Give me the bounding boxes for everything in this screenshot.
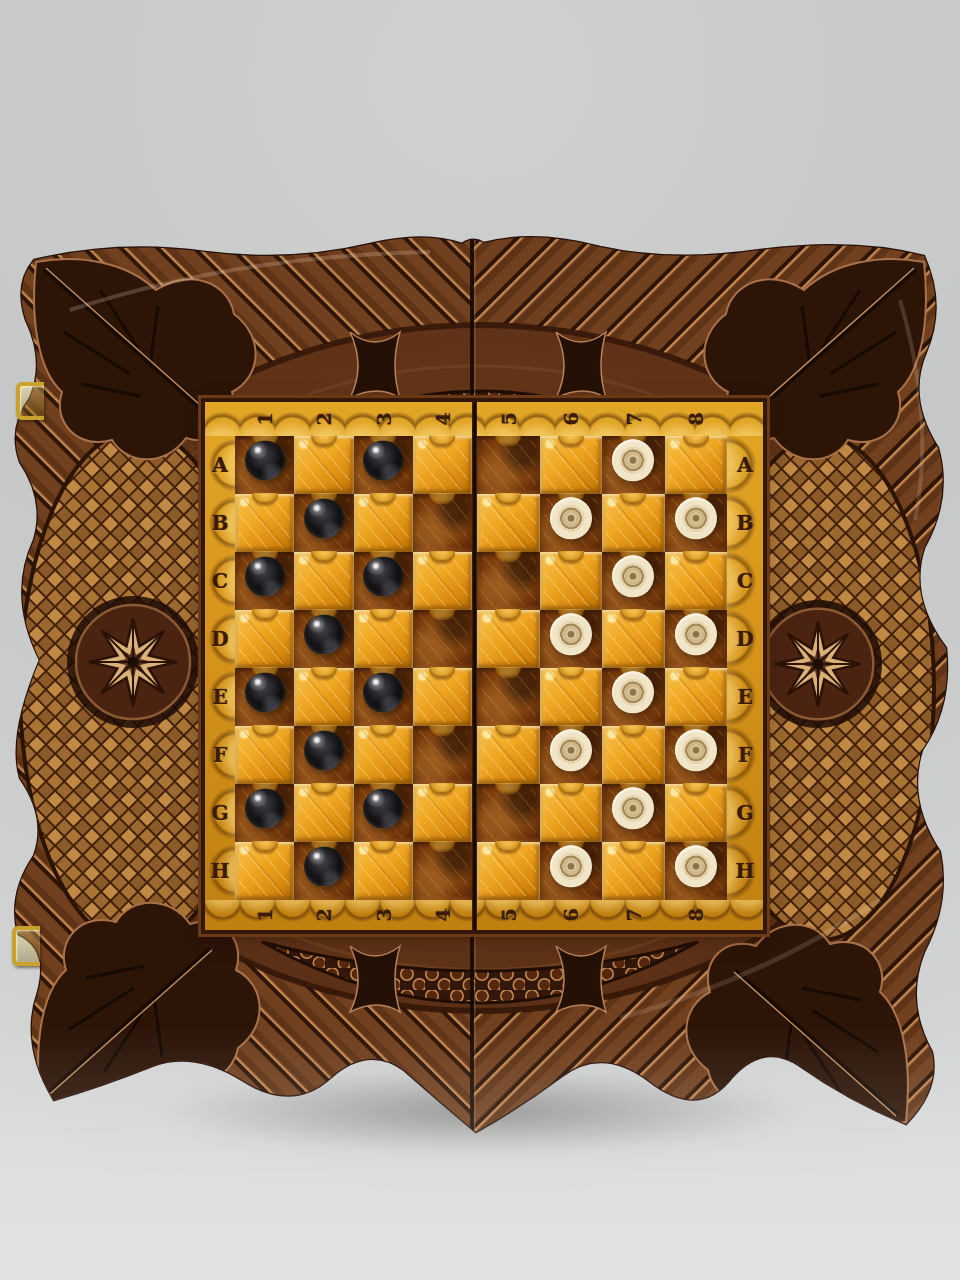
file-label: 8 — [685, 908, 707, 921]
board-cell[interactable] — [413, 610, 472, 668]
board-cell — [540, 668, 603, 726]
board-cell — [413, 552, 472, 610]
board-cell[interactable] — [413, 494, 472, 552]
black-piece[interactable] — [304, 614, 344, 654]
rank-label: E — [212, 685, 227, 709]
file-labels-bottom-left: 1234 — [235, 900, 472, 930]
rosette-medallion-right — [754, 600, 882, 728]
checkers-board: 1234 5678 1234 5678 ABCDEFGH ABCDEFGH — [205, 402, 763, 930]
board-cell[interactable] — [235, 784, 294, 842]
white-piece[interactable] — [612, 671, 654, 713]
board-cell — [413, 668, 472, 726]
board-cell — [477, 726, 540, 784]
white-piece[interactable] — [612, 787, 654, 829]
board-cell — [665, 784, 728, 842]
board-cell — [294, 552, 353, 610]
board-cell — [354, 610, 413, 668]
board-cell[interactable] — [354, 552, 413, 610]
file-label: 4 — [431, 908, 453, 921]
rank-label: H — [211, 859, 230, 883]
coordinate-band-left: ABCDEFGH — [205, 436, 235, 900]
board-cell — [413, 436, 472, 494]
rank-label: G — [211, 801, 228, 825]
black-piece[interactable] — [363, 556, 403, 596]
board-half-right — [477, 436, 727, 900]
white-piece[interactable] — [675, 613, 717, 655]
board-cell — [665, 668, 728, 726]
board-cell[interactable] — [602, 436, 665, 494]
board-cell — [354, 494, 413, 552]
black-piece[interactable] — [304, 498, 344, 538]
file-labels-bottom-right: 5678 — [477, 900, 727, 930]
board-cell[interactable] — [477, 784, 540, 842]
black-piece[interactable] — [363, 440, 403, 480]
file-label: 7 — [622, 908, 644, 921]
board-cell — [477, 842, 540, 900]
coordinate-band-bottom: 1234 5678 — [205, 900, 763, 930]
board-cell[interactable] — [540, 610, 603, 668]
board-cell[interactable] — [665, 842, 728, 900]
file-label: 5 — [497, 908, 519, 921]
file-labels-top-right: 5678 — [477, 402, 727, 436]
rank-label: H — [736, 859, 755, 883]
rank-label: F — [213, 743, 227, 767]
board-cell — [477, 494, 540, 552]
board-cell — [235, 494, 294, 552]
file-label: 6 — [560, 412, 582, 425]
board-cell[interactable] — [665, 726, 728, 784]
board-cell[interactable] — [235, 668, 294, 726]
board-cell — [477, 610, 540, 668]
board-cell — [354, 842, 413, 900]
board-cell[interactable] — [354, 668, 413, 726]
board-fold-seam — [472, 402, 477, 930]
board-cell — [235, 610, 294, 668]
board-cell — [665, 552, 728, 610]
white-piece[interactable] — [550, 613, 592, 655]
white-piece[interactable] — [550, 729, 592, 771]
leaf-wing-carving — [556, 946, 606, 1012]
rank-label: A — [737, 453, 753, 477]
board-cell[interactable] — [477, 668, 540, 726]
board-cell — [602, 842, 665, 900]
white-piece[interactable] — [550, 845, 592, 887]
rank-labels-left: ABCDEFGH — [205, 436, 235, 900]
brass-hinge-top — [16, 382, 44, 420]
photo-stage: 1234 5678 1234 5678 ABCDEFGH ABCDEFGH — [0, 0, 960, 1280]
rank-label: B — [212, 511, 229, 535]
board-cell — [602, 726, 665, 784]
rank-label: D — [211, 627, 228, 651]
board-cell — [294, 436, 353, 494]
board-cell — [294, 784, 353, 842]
leaf-wing-carving — [350, 946, 400, 1012]
black-piece[interactable] — [245, 788, 285, 828]
board-cell[interactable] — [235, 552, 294, 610]
white-piece[interactable] — [675, 497, 717, 539]
board-cell[interactable] — [294, 610, 353, 668]
rank-label: C — [737, 569, 753, 593]
rank-label: F — [738, 743, 752, 767]
black-piece[interactable] — [245, 672, 285, 712]
board-cell[interactable] — [294, 726, 353, 784]
rank-label: G — [736, 801, 753, 825]
board-cell — [235, 842, 294, 900]
leaf-wing-carving — [350, 332, 400, 398]
board-cell — [540, 784, 603, 842]
rank-label: B — [737, 511, 754, 535]
rank-label: D — [736, 627, 753, 651]
white-piece[interactable] — [612, 555, 654, 597]
leaf-wing-carving — [556, 332, 606, 398]
board-cell[interactable] — [477, 436, 540, 494]
file-label: 4 — [431, 412, 453, 425]
board-cell — [235, 726, 294, 784]
board-cell[interactable] — [294, 494, 353, 552]
white-piece[interactable] — [612, 439, 654, 481]
board-cell — [540, 436, 603, 494]
board-cell[interactable] — [354, 436, 413, 494]
rank-label: E — [737, 685, 752, 709]
board-cell[interactable] — [294, 842, 353, 900]
board-cell[interactable] — [602, 552, 665, 610]
board-cell[interactable] — [540, 842, 603, 900]
board-half-left — [235, 436, 472, 900]
rank-label: C — [212, 569, 228, 593]
file-label: 1 — [254, 908, 276, 921]
white-piece[interactable] — [550, 497, 592, 539]
white-piece[interactable] — [675, 845, 717, 887]
black-piece[interactable] — [245, 556, 285, 596]
black-piece[interactable] — [304, 730, 344, 770]
board-cell[interactable] — [665, 610, 728, 668]
board-cell — [294, 668, 353, 726]
board-cell[interactable] — [602, 784, 665, 842]
board-cell — [602, 610, 665, 668]
board-cell[interactable] — [354, 784, 413, 842]
file-label: 2 — [313, 412, 335, 425]
rank-labels-right: ABCDEFGH — [727, 436, 763, 900]
board-cell — [354, 726, 413, 784]
black-piece[interactable] — [304, 846, 344, 886]
black-piece[interactable] — [245, 440, 285, 480]
white-piece[interactable] — [675, 729, 717, 771]
file-label: 5 — [497, 412, 519, 425]
black-piece[interactable] — [363, 672, 403, 712]
board-cell[interactable] — [413, 842, 472, 900]
board-cell[interactable] — [540, 494, 603, 552]
file-label: 8 — [685, 412, 707, 425]
file-label: 3 — [372, 908, 394, 921]
board-cell[interactable] — [235, 436, 294, 494]
file-label: 7 — [622, 412, 644, 425]
board-cell — [540, 552, 603, 610]
rank-label: A — [212, 453, 228, 477]
board-cell[interactable] — [602, 668, 665, 726]
file-label: 6 — [560, 908, 582, 921]
board-cell — [413, 784, 472, 842]
board-cell[interactable] — [540, 726, 603, 784]
board-cell — [665, 436, 728, 494]
board-cell[interactable] — [413, 726, 472, 784]
file-label: 1 — [254, 412, 276, 425]
board-cell — [602, 494, 665, 552]
black-piece[interactable] — [363, 788, 403, 828]
file-labels-top-left: 1234 — [235, 402, 472, 436]
rosette-medallion-left — [67, 596, 199, 728]
coordinate-band-top: 1234 5678 — [205, 402, 763, 436]
file-label: 2 — [313, 908, 335, 921]
file-label: 3 — [372, 412, 394, 425]
brass-hinge-bottom — [12, 926, 40, 966]
board-cell[interactable] — [477, 552, 540, 610]
coordinate-band-right: ABCDEFGH — [727, 436, 763, 900]
board-cell[interactable] — [665, 494, 728, 552]
